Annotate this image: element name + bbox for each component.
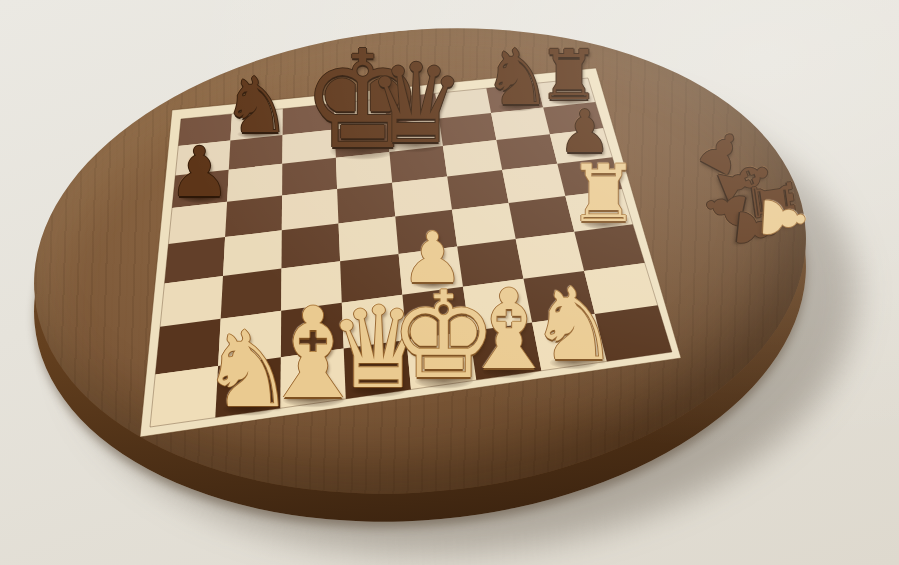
square-g6[interactable]	[496, 134, 557, 170]
square-g4[interactable]	[509, 196, 575, 239]
square-d5[interactable]	[337, 183, 395, 224]
square-g5[interactable]	[502, 164, 565, 203]
photo-scene: ♞♞♜♚♛♟♟♜♟♞♝♛♚♝♞ ♟♝♟♜♟♟	[0, 0, 899, 565]
square-a4[interactable]	[165, 237, 226, 283]
square-e5[interactable]	[392, 176, 452, 216]
square-b4[interactable]	[223, 230, 282, 276]
queen-glyph: ♛	[367, 49, 466, 159]
square-b5[interactable]	[225, 195, 282, 237]
square-c4[interactable]	[282, 223, 341, 268]
square-c5[interactable]	[282, 189, 339, 230]
knight-glyph: ♞	[529, 275, 619, 375]
rook-glyph: ♜	[568, 155, 639, 234]
square-b6[interactable]	[227, 164, 282, 202]
knight-glyph: ♞	[222, 67, 291, 144]
pawn-glyph: ♟	[169, 138, 231, 207]
square-d4[interactable]	[339, 217, 399, 262]
square-f5[interactable]	[447, 170, 509, 210]
pawn-glyph: ♟	[754, 191, 813, 244]
